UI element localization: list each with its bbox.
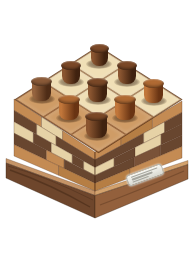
peg-top (58, 95, 80, 104)
peg-r0c1-darkbrown[interactable] (117, 61, 137, 84)
product-photo-stage (0, 0, 194, 256)
peg-r0c0-darkbrown[interactable] (90, 44, 109, 66)
peg-r0c2-rust[interactable] (143, 79, 164, 103)
peg-r2c0-mediumbrown[interactable] (31, 77, 52, 101)
peg-r1c2-rust[interactable] (114, 95, 136, 120)
peg-top (85, 112, 108, 121)
peg-r1c0-darkbrown[interactable] (61, 61, 81, 84)
peg-r2c2-darkbrown[interactable] (85, 112, 108, 138)
peg-top (143, 79, 164, 88)
peg-top (61, 61, 81, 70)
peg-r1c1-darkbrown[interactable] (87, 78, 108, 102)
peg-r2c1-rust[interactable] (58, 95, 80, 120)
peg-top (90, 44, 109, 53)
